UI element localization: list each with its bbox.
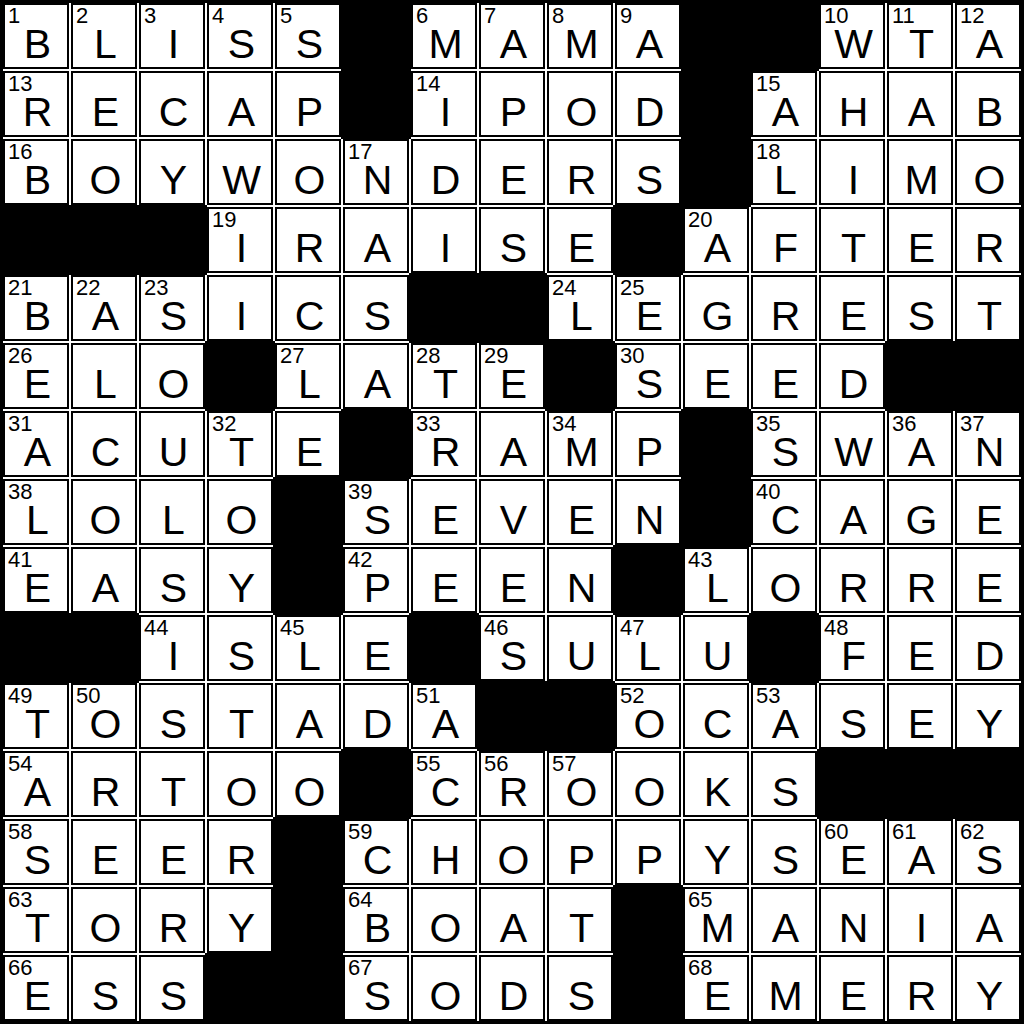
cell-r2c14[interactable]: A (887, 71, 953, 137)
cell-r9c8[interactable]: E (479, 547, 545, 613)
cell-r11c13[interactable]: S (819, 683, 885, 749)
cell-letter: A (212, 89, 271, 136)
cell-letter: A (416, 701, 475, 748)
cell-letter: T (416, 361, 475, 408)
cell-letter: E (552, 225, 611, 272)
cell-letter: E (8, 565, 67, 612)
cell-r9c14[interactable]: R (887, 547, 953, 613)
cell-r12c7[interactable]: 55C (411, 751, 477, 817)
cell-letter: A (76, 293, 135, 340)
cell-letter: B (8, 21, 67, 68)
cell-letter: B (348, 905, 407, 952)
cell-r8c6[interactable]: 39S (343, 479, 409, 545)
cell-r3c15[interactable]: O (955, 139, 1021, 205)
cell-letter: P (280, 89, 339, 136)
cell-r10c14[interactable]: E (887, 615, 953, 681)
cell-letter: A (892, 429, 951, 476)
cell-r11c7[interactable]: 51A (411, 683, 477, 749)
cell-letter: R (416, 429, 475, 476)
cell-letter: E (76, 89, 135, 136)
cell-r11c11[interactable]: C (683, 683, 749, 749)
cell-r13c13[interactable]: 60E (819, 819, 885, 885)
cell-r14c14[interactable]: I (887, 887, 953, 953)
cell-letter: S (348, 293, 407, 340)
cell-r14c13[interactable]: N (819, 887, 885, 953)
cell-r7c7[interactable]: 33R (411, 411, 477, 477)
cell-r8c13[interactable]: A (819, 479, 885, 545)
cell-letter: A (756, 89, 815, 136)
cell-r5c12[interactable]: R (751, 275, 817, 341)
cell-r1c2[interactable]: 2L (71, 3, 137, 69)
cell-r2c9[interactable]: O (547, 71, 613, 137)
cell-r6c6[interactable]: A (343, 343, 409, 409)
cell-r14c9[interactable]: T (547, 887, 613, 953)
cell-letter: S (960, 837, 1019, 884)
black-cell-r3c11 (683, 139, 749, 205)
cell-letter: S (824, 701, 883, 748)
cell-r4c5[interactable]: R (275, 207, 341, 273)
cell-r8c3[interactable]: L (139, 479, 205, 545)
cell-r2c13[interactable]: H (819, 71, 885, 137)
cell-letter: U (688, 633, 747, 680)
cell-r8c8[interactable]: V (479, 479, 545, 545)
cell-r12c8[interactable]: 56R (479, 751, 545, 817)
cell-letter: E (8, 973, 67, 1020)
cell-letter: I (892, 905, 951, 952)
cell-letter: A (620, 21, 679, 68)
cell-letter: A (348, 361, 407, 408)
cell-r15c14[interactable]: R (887, 955, 953, 1021)
cell-r8c7[interactable]: E (411, 479, 477, 545)
cell-r3c6[interactable]: 17N (343, 139, 409, 205)
cell-letter: A (756, 701, 815, 748)
black-cell-r2c11 (683, 71, 749, 137)
black-cell-r14c10 (615, 887, 681, 953)
cell-letter: T (824, 225, 883, 272)
cell-r11c1[interactable]: 49T (3, 683, 69, 749)
cell-r4c8[interactable]: S (479, 207, 545, 273)
cell-r8c10[interactable]: N (615, 479, 681, 545)
cell-r1c3[interactable]: 3I (139, 3, 205, 69)
cell-letter: A (348, 225, 407, 272)
cell-r14c4[interactable]: Y (207, 887, 273, 953)
cell-r15c13[interactable]: E (819, 955, 885, 1021)
cell-r7c2[interactable]: C (71, 411, 137, 477)
cell-letter: S (76, 973, 135, 1020)
cell-r11c3[interactable]: S (139, 683, 205, 749)
cell-letter: S (144, 973, 203, 1020)
cell-r12c9[interactable]: 57O (547, 751, 613, 817)
cell-r4c13[interactable]: T (819, 207, 885, 273)
cell-r1c1[interactable]: 1B (3, 3, 69, 69)
cell-r7c15[interactable]: 37N (955, 411, 1021, 477)
cell-r4c11[interactable]: 20A (683, 207, 749, 273)
cell-r13c11[interactable]: Y (683, 819, 749, 885)
cell-r11c6[interactable]: D (343, 683, 409, 749)
cell-r5c15[interactable]: T (955, 275, 1021, 341)
cell-r7c14[interactable]: 36A (887, 411, 953, 477)
cell-r8c4[interactable]: O (207, 479, 273, 545)
cell-letter: E (620, 293, 679, 340)
cell-r13c2[interactable]: E (71, 819, 137, 885)
cell-r7c4[interactable]: 32T (207, 411, 273, 477)
cell-r2c15[interactable]: B (955, 71, 1021, 137)
cell-r15c11[interactable]: 68E (683, 955, 749, 1021)
cell-r9c1[interactable]: 41E (3, 547, 69, 613)
cell-letter: D (348, 701, 407, 748)
cell-r5c13[interactable]: E (819, 275, 885, 341)
crossword-grid: 1B2L3I4S5S6M7A8M9A10W11T12A13RECAP14IPOD… (0, 0, 1024, 1024)
cell-r3c12[interactable]: 18L (751, 139, 817, 205)
cell-r5c5[interactable]: C (275, 275, 341, 341)
cell-r8c9[interactable]: E (547, 479, 613, 545)
black-cell-r15c10 (615, 955, 681, 1021)
cell-r14c8[interactable]: A (479, 887, 545, 953)
cell-r15c2[interactable]: S (71, 955, 137, 1021)
cell-r1c10[interactable]: 9A (615, 3, 681, 69)
cell-letter: E (824, 973, 883, 1020)
cell-r13c9[interactable]: P (547, 819, 613, 885)
cell-r15c8[interactable]: D (479, 955, 545, 1021)
cell-letter: E (144, 837, 203, 884)
cell-letter: R (960, 225, 1019, 272)
cell-r15c6[interactable]: 67S (343, 955, 409, 1021)
cell-letter: K (688, 769, 747, 816)
cell-letter: I (416, 225, 475, 272)
cell-r1c7[interactable]: 6M (411, 3, 477, 69)
cell-r10c3[interactable]: 44I (139, 615, 205, 681)
black-cell-r11c8 (479, 683, 545, 749)
cell-r2c8[interactable]: P (479, 71, 545, 137)
cell-letter: R (8, 89, 67, 136)
black-cell-r8c5 (275, 479, 341, 545)
cell-r11c2[interactable]: 50O (71, 683, 137, 749)
cell-r3c1[interactable]: 16B (3, 139, 69, 205)
cell-r4c14[interactable]: E (887, 207, 953, 273)
cell-r13c6[interactable]: 59C (343, 819, 409, 885)
cell-r14c12[interactable]: A (751, 887, 817, 953)
cell-letter: A (484, 429, 543, 476)
cell-r8c1[interactable]: 38L (3, 479, 69, 545)
cell-letter: B (8, 157, 67, 204)
cell-letter: O (484, 837, 543, 884)
cell-r7c13[interactable]: W (819, 411, 885, 477)
cell-letter: G (688, 293, 747, 340)
cell-r15c12[interactable]: M (751, 955, 817, 1021)
cell-r2c4[interactable]: A (207, 71, 273, 137)
cell-r5c6[interactable]: S (343, 275, 409, 341)
cell-letter: T (212, 701, 271, 748)
cell-letter: R (892, 973, 951, 1020)
cell-r11c10[interactable]: 52O (615, 683, 681, 749)
cell-r12c1[interactable]: 54A (3, 751, 69, 817)
cell-letter: R (892, 565, 951, 612)
cell-r13c8[interactable]: O (479, 819, 545, 885)
cell-r8c15[interactable]: E (955, 479, 1021, 545)
cell-r14c3[interactable]: R (139, 887, 205, 953)
cell-letter: F (756, 225, 815, 272)
cell-letter: R (212, 837, 271, 884)
cell-r3c7[interactable]: D (411, 139, 477, 205)
cell-letter: Y (960, 973, 1019, 1020)
black-cell-r5c8 (479, 275, 545, 341)
cell-letter: T (212, 429, 271, 476)
cell-r9c11[interactable]: 43L (683, 547, 749, 613)
cell-letter: A (892, 837, 951, 884)
cell-r7c8[interactable]: A (479, 411, 545, 477)
cell-r6c2[interactable]: L (71, 343, 137, 409)
cell-letter: P (348, 565, 407, 612)
cell-r9c15[interactable]: E (955, 547, 1021, 613)
cell-letter: I (144, 633, 203, 680)
cell-r8c2[interactable]: O (71, 479, 137, 545)
cell-r7c12[interactable]: 35S (751, 411, 817, 477)
cell-r3c2[interactable]: O (71, 139, 137, 205)
cell-r7c1[interactable]: 31A (3, 411, 69, 477)
cell-letter: A (960, 21, 1019, 68)
cell-letter: E (892, 701, 951, 748)
cell-letter: S (144, 293, 203, 340)
cell-r13c7[interactable]: H (411, 819, 477, 885)
cell-letter: L (280, 633, 339, 680)
cell-r12c12[interactable]: S (751, 751, 817, 817)
cell-r12c10[interactable]: O (615, 751, 681, 817)
cell-r11c14[interactable]: E (887, 683, 953, 749)
cell-letter: M (688, 905, 747, 952)
cell-r10c15[interactable]: D (955, 615, 1021, 681)
cell-letter: O (756, 565, 815, 612)
cell-letter: S (144, 565, 203, 612)
cell-r15c7[interactable]: O (411, 955, 477, 1021)
cell-r14c15[interactable]: A (955, 887, 1021, 953)
cell-letter: P (620, 837, 679, 884)
cell-letter: N (960, 429, 1019, 476)
cell-letter: D (484, 973, 543, 1020)
cell-r5c4[interactable]: I (207, 275, 273, 341)
cell-r7c10[interactable]: P (615, 411, 681, 477)
cell-r5c14[interactable]: S (887, 275, 953, 341)
cell-r10c13[interactable]: 48F (819, 615, 885, 681)
cell-r6c13[interactable]: D (819, 343, 885, 409)
cell-r5c11[interactable]: G (683, 275, 749, 341)
cell-r15c9[interactable]: S (547, 955, 613, 1021)
cell-letter: O (212, 497, 271, 544)
cell-letter: W (824, 21, 883, 68)
cell-letter: B (8, 293, 67, 340)
cell-r3c9[interactable]: R (547, 139, 613, 205)
cell-r13c14[interactable]: 61A (887, 819, 953, 885)
cell-r11c5[interactable]: A (275, 683, 341, 749)
cell-letter: A (688, 225, 747, 272)
cell-r2c12[interactable]: 15A (751, 71, 817, 137)
cell-r9c13[interactable]: R (819, 547, 885, 613)
cell-r13c1[interactable]: 58S (3, 819, 69, 885)
cell-r1c8[interactable]: 7A (479, 3, 545, 69)
cell-r14c1[interactable]: 63T (3, 887, 69, 953)
cell-r9c6[interactable]: 42P (343, 547, 409, 613)
cell-r3c4[interactable]: W (207, 139, 273, 205)
black-cell-r15c5 (275, 955, 341, 1021)
cell-r10c5[interactable]: 45L (275, 615, 341, 681)
cell-letter: M (892, 157, 951, 204)
black-cell-r6c15 (955, 343, 1021, 409)
cell-r13c3[interactable]: E (139, 819, 205, 885)
cell-letter: E (688, 973, 747, 1020)
cell-r1c14[interactable]: 11T (887, 3, 953, 69)
cell-letter: L (688, 565, 747, 612)
cell-r13c12[interactable]: S (751, 819, 817, 885)
cell-letter: N (824, 905, 883, 952)
cell-letter: S (348, 497, 407, 544)
cell-r7c9[interactable]: 34M (547, 411, 613, 477)
cell-r6c11[interactable]: E (683, 343, 749, 409)
cell-r15c1[interactable]: 66E (3, 955, 69, 1021)
cell-r7c3[interactable]: U (139, 411, 205, 477)
cell-r2c3[interactable]: C (139, 71, 205, 137)
cell-letter: E (484, 565, 543, 612)
cell-letter: U (552, 633, 611, 680)
cell-r6c3[interactable]: O (139, 343, 205, 409)
cell-r9c4[interactable]: Y (207, 547, 273, 613)
cell-r9c3[interactable]: S (139, 547, 205, 613)
cell-letter: S (620, 361, 679, 408)
cell-letter: O (552, 769, 611, 816)
cell-r3c5[interactable]: O (275, 139, 341, 205)
cell-letter: Y (960, 701, 1019, 748)
cell-r13c15[interactable]: 62S (955, 819, 1021, 885)
cell-letter: O (76, 701, 135, 748)
cell-r8c12[interactable]: 40C (751, 479, 817, 545)
cell-r5c1[interactable]: 21B (3, 275, 69, 341)
cell-r3c8[interactable]: E (479, 139, 545, 205)
cell-letter: F (824, 633, 883, 680)
cell-r12c5[interactable]: O (275, 751, 341, 817)
cell-r9c2[interactable]: A (71, 547, 137, 613)
black-cell-r9c10 (615, 547, 681, 613)
cell-r1c13[interactable]: 10W (819, 3, 885, 69)
cell-r1c15[interactable]: 12A (955, 3, 1021, 69)
cell-r14c2[interactable]: O (71, 887, 137, 953)
cell-letter: E (416, 565, 475, 612)
cell-r12c4[interactable]: O (207, 751, 273, 817)
cell-r9c9[interactable]: N (547, 547, 613, 613)
cell-r1c5[interactable]: 5S (275, 3, 341, 69)
cell-r4c4[interactable]: 19I (207, 207, 273, 273)
cell-r4c6[interactable]: A (343, 207, 409, 273)
cell-r2c10[interactable]: D (615, 71, 681, 137)
cell-r2c1[interactable]: 13R (3, 71, 69, 137)
cell-r9c7[interactable]: E (411, 547, 477, 613)
cell-r5c9[interactable]: 24L (547, 275, 613, 341)
cell-r6c10[interactable]: 30S (615, 343, 681, 409)
cell-letter: N (620, 497, 679, 544)
cell-r12c11[interactable]: K (683, 751, 749, 817)
cell-r4c9[interactable]: E (547, 207, 613, 273)
black-cell-r10c1 (3, 615, 69, 681)
cell-r4c15[interactable]: R (955, 207, 1021, 273)
cell-letter: Y (688, 837, 747, 884)
cell-r5c2[interactable]: 22A (71, 275, 137, 341)
cell-r13c10[interactable]: P (615, 819, 681, 885)
cell-r3c10[interactable]: S (615, 139, 681, 205)
cell-r2c7[interactable]: 14I (411, 71, 477, 137)
cell-r9c12[interactable]: O (751, 547, 817, 613)
cell-letter: M (756, 973, 815, 1020)
cell-letter: O (76, 905, 135, 952)
cell-r2c2[interactable]: E (71, 71, 137, 137)
cell-r8c14[interactable]: G (887, 479, 953, 545)
cell-r15c15[interactable]: Y (955, 955, 1021, 1021)
cell-letter: N (348, 157, 407, 204)
cell-r12c2[interactable]: R (71, 751, 137, 817)
black-cell-r5c7 (411, 275, 477, 341)
cell-r14c11[interactable]: 65M (683, 887, 749, 953)
cell-r11c15[interactable]: Y (955, 683, 1021, 749)
cell-r4c7[interactable]: I (411, 207, 477, 273)
cell-r6c1[interactable]: 26E (3, 343, 69, 409)
cell-r15c3[interactable]: S (139, 955, 205, 1021)
cell-r1c9[interactable]: 8M (547, 3, 613, 69)
cell-letter: D (824, 361, 883, 408)
cell-r10c10[interactable]: 47L (615, 615, 681, 681)
cell-letter: H (824, 89, 883, 136)
cell-r5c10[interactable]: 25E (615, 275, 681, 341)
cell-r4c12[interactable]: F (751, 207, 817, 273)
cell-letter: C (76, 429, 135, 476)
cell-r13c4[interactable]: R (207, 819, 273, 885)
black-cell-r12c6 (343, 751, 409, 817)
cell-letter: L (552, 293, 611, 340)
cell-r12c3[interactable]: T (139, 751, 205, 817)
cell-letter: A (892, 89, 951, 136)
cell-letter: R (144, 905, 203, 952)
cell-letter: S (756, 837, 815, 884)
cell-r10c8[interactable]: 46S (479, 615, 545, 681)
cell-r3c3[interactable]: Y (139, 139, 205, 205)
cell-r5c3[interactable]: 23S (139, 275, 205, 341)
cell-r10c11[interactable]: U (683, 615, 749, 681)
cell-r6c8[interactable]: 29E (479, 343, 545, 409)
cell-letter: L (76, 21, 135, 68)
cell-letter: I (144, 21, 203, 68)
cell-r1c4[interactable]: 4S (207, 3, 273, 69)
cell-r2c5[interactable]: P (275, 71, 341, 137)
cell-r6c12[interactable]: E (751, 343, 817, 409)
cell-r6c7[interactable]: 28T (411, 343, 477, 409)
black-cell-r12c13 (819, 751, 885, 817)
cell-r11c4[interactable]: T (207, 683, 273, 749)
cell-r3c14[interactable]: M (887, 139, 953, 205)
cell-letter: S (348, 973, 407, 1020)
cell-letter: L (280, 361, 339, 408)
cell-letter: E (756, 361, 815, 408)
cell-letter: T (144, 769, 203, 816)
cell-r10c9[interactable]: U (547, 615, 613, 681)
cell-r11c12[interactable]: 53A (751, 683, 817, 749)
cell-letter: C (348, 837, 407, 884)
cell-letter: E (8, 361, 67, 408)
cell-r14c6[interactable]: 64B (343, 887, 409, 953)
cell-r6c5[interactable]: 27L (275, 343, 341, 409)
cell-r14c7[interactable]: O (411, 887, 477, 953)
cell-letter: R (824, 565, 883, 612)
cell-letter: C (416, 769, 475, 816)
cell-r3c13[interactable]: I (819, 139, 885, 205)
cell-letter: O (212, 769, 271, 816)
cell-r10c4[interactable]: S (207, 615, 273, 681)
cell-r10c6[interactable]: E (343, 615, 409, 681)
cell-r7c5[interactable]: E (275, 411, 341, 477)
